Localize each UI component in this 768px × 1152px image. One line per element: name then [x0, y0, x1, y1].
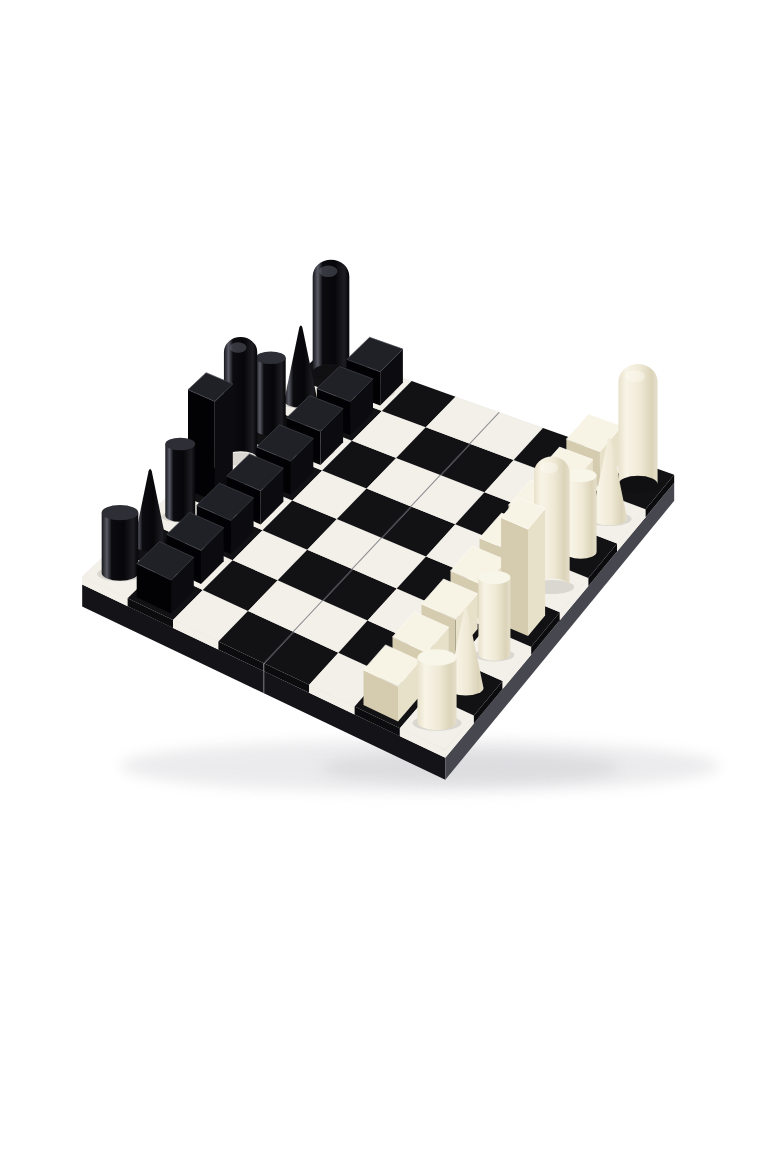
- white-rook-h1: [614, 364, 663, 493]
- chessboard-scene: [0, 0, 768, 1152]
- white-rook-a1: [413, 649, 462, 731]
- product-photo: [0, 0, 768, 1152]
- white-bishop-c1: [474, 571, 514, 662]
- black-rook-a8: [97, 505, 143, 581]
- black-bishop-c8: [162, 438, 199, 523]
- black-bishop-f8: [252, 352, 289, 437]
